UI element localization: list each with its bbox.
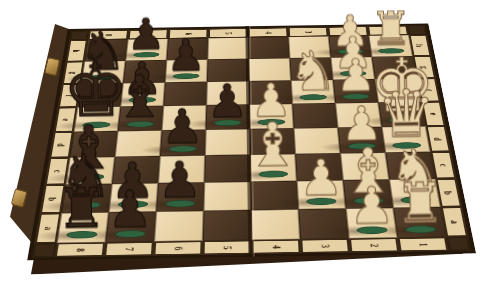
rank-label-5: 5 [223, 32, 233, 35]
bottom-rank-label-cell: 6 [153, 241, 203, 256]
rank-label-2: 2 [368, 243, 381, 247]
rank-label-8: 8 [74, 248, 87, 252]
rank-label-4: 4 [263, 31, 273, 34]
bottom-rank-label-cell: 2 [349, 238, 400, 253]
file-label-a: a [42, 226, 55, 230]
square-h5 [208, 37, 249, 59]
file-label-a: a [448, 220, 461, 224]
chess-board: 87654321hhggffeeddccbbaa87654321 ♜♞♛♚♜♟♝… [27, 23, 476, 260]
bottom-rank-label-cell: 5 [202, 240, 251, 255]
rank-label-4: 4 [270, 245, 282, 249]
frame-corner [446, 237, 471, 251]
white-knight-f3: ♞ [288, 43, 338, 98]
white-pawn-a2: ♟ [349, 180, 395, 231]
bottom-rank-label-cell: 8 [55, 242, 106, 257]
perspective-scene: 87654321hhggffeeddccbbaa87654321 ♜♞♛♚♜♟♝… [0, 0, 500, 301]
white-pawn-b3: ♟ [299, 153, 344, 203]
rank-label-1: 1 [383, 29, 393, 31]
file-label-g: g [419, 66, 430, 69]
rank-label-6: 6 [183, 32, 193, 35]
file-label-g: g [68, 71, 79, 74]
square-h4 [248, 37, 289, 59]
black-rook-a8: ♜ [56, 180, 106, 236]
file-label-h: h [72, 49, 83, 52]
white-bishop-c4: ♝ [245, 114, 300, 175]
rank-label-1: 1 [417, 242, 430, 246]
black-pawn-e5: ♟ [206, 78, 248, 124]
rank-label-7: 7 [143, 33, 153, 36]
frame-corner [32, 243, 57, 258]
square-a6 [154, 211, 203, 242]
file-label-h: h [415, 44, 426, 47]
black-pawn-d6: ♟ [161, 103, 204, 151]
rank-label-3: 3 [303, 31, 313, 34]
rank-label-5: 5 [221, 246, 233, 250]
photo-tilt-wrapper: 87654321hhggffeeddccbbaa87654321 ♜♞♛♚♜♟♝… [0, 0, 500, 301]
rank-label-8: 8 [103, 34, 113, 37]
file-label-f: f [64, 95, 75, 97]
bottom-rank-label-cell: 7 [104, 242, 154, 257]
black-pawn-g6: ♟ [166, 33, 206, 77]
bottom-rank-label-cell: 4 [251, 239, 300, 254]
product-photo: 87654321hhggffeeddccbbaa87654321 ♜♞♛♚♜♟♝… [0, 0, 500, 301]
rank-label-2: 2 [343, 30, 353, 33]
square-a5 [203, 210, 252, 241]
black-pawn-a7: ♟ [107, 184, 153, 235]
square-a4 [251, 209, 300, 240]
square-d5 [205, 129, 250, 155]
white-rook-a1: ♜ [395, 175, 445, 231]
black-pawn-b6: ♟ [157, 155, 202, 205]
square-b5 [204, 182, 251, 211]
bottom-rank-label-cell: 3 [300, 238, 350, 253]
bottom-rank-label-cell: 1 [397, 237, 448, 252]
rank-label-6: 6 [172, 246, 184, 250]
rank-label-3: 3 [319, 244, 332, 248]
rank-label-7: 7 [123, 247, 136, 251]
